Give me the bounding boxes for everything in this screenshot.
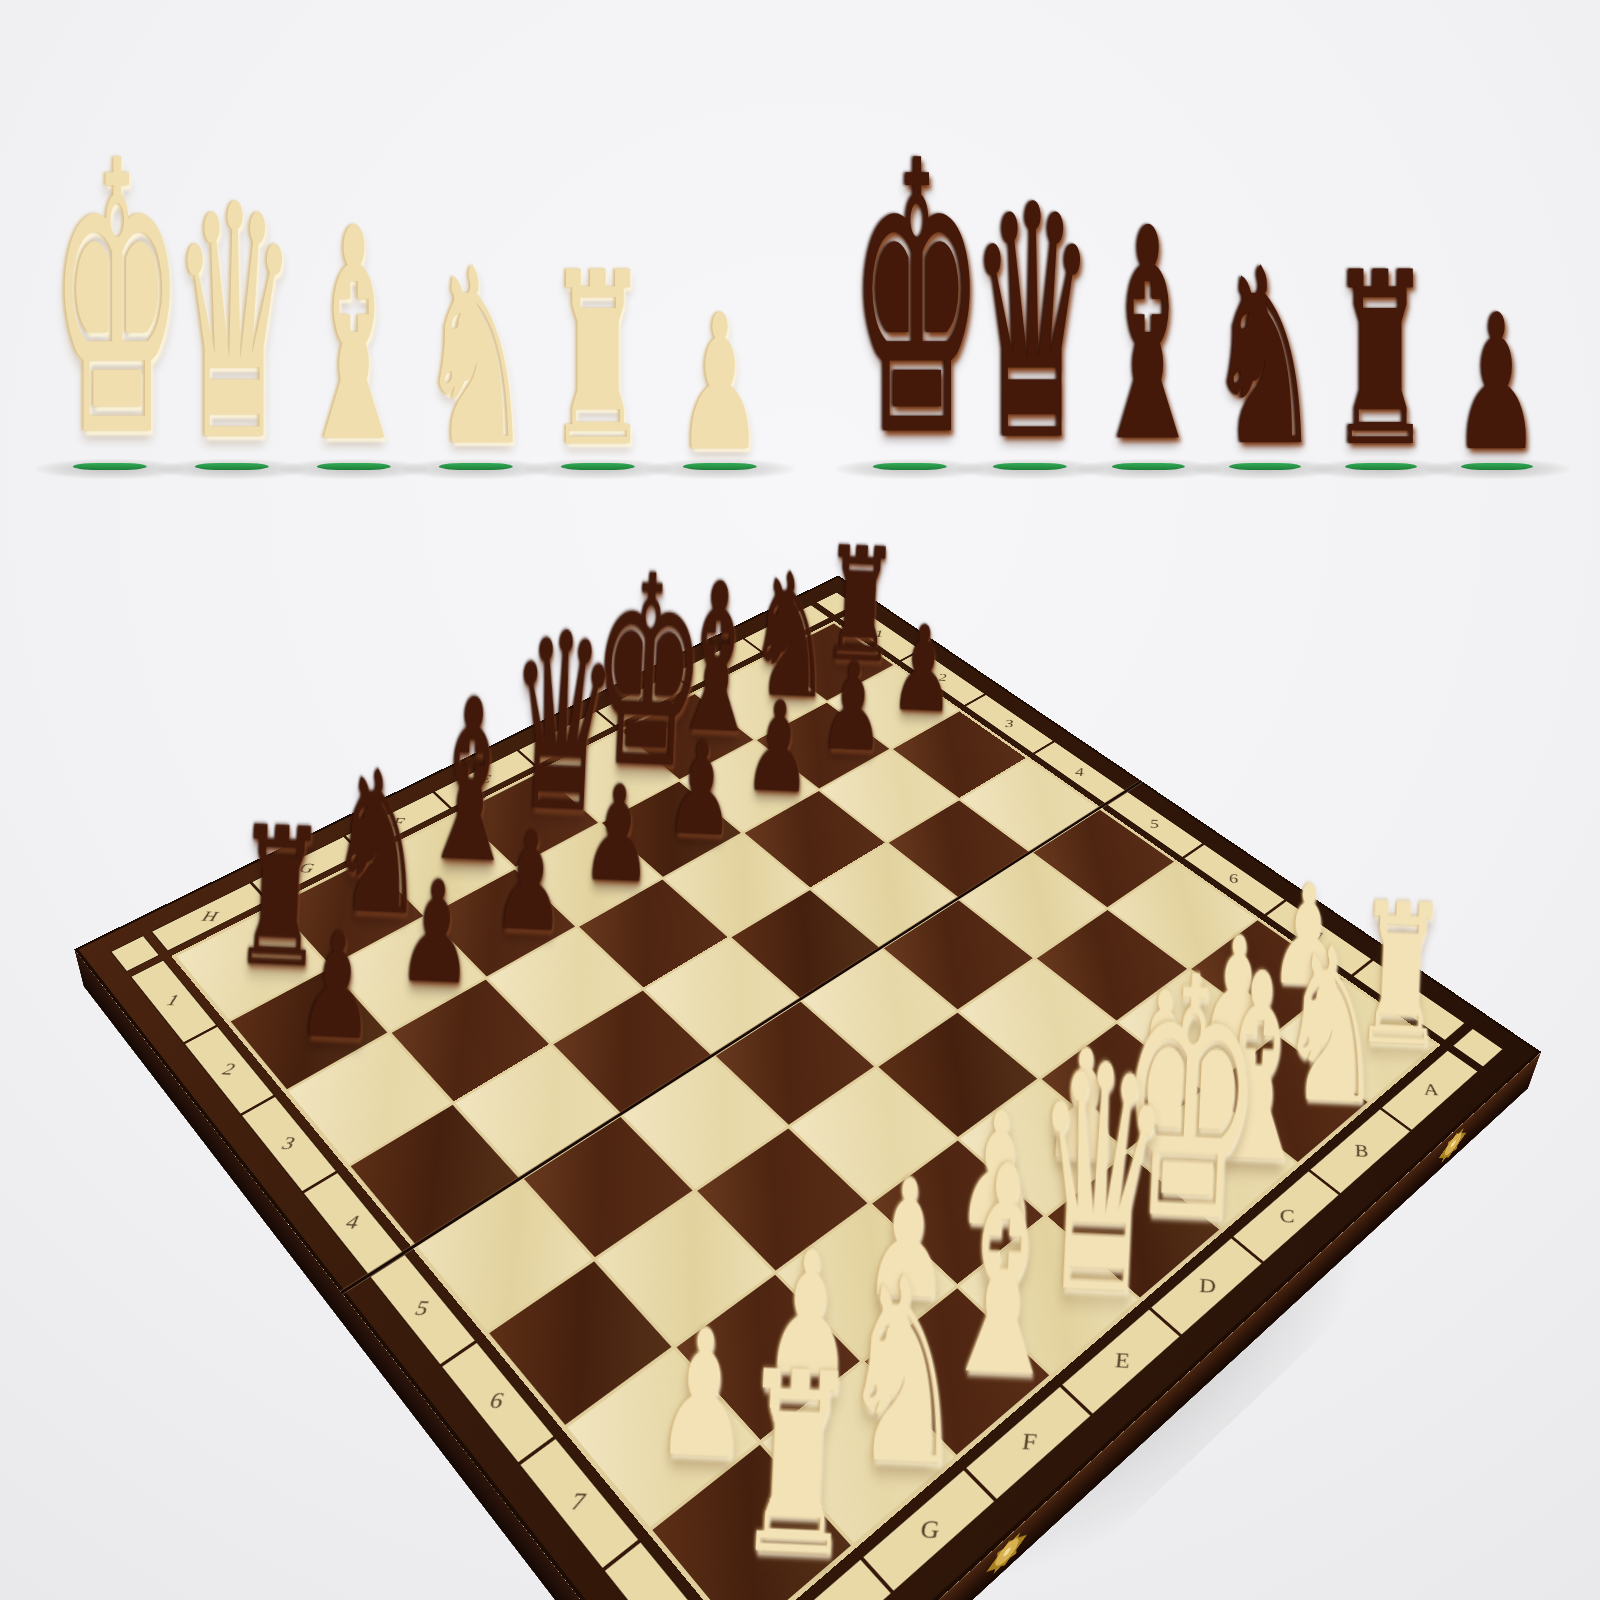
dark-pawn: ♟ — [278, 916, 397, 1059]
folding-chess-board: HGFEDCBA 12345678 12345678 HGFEDCBA ♜♞♝♛… — [74, 575, 1541, 1600]
square-E4 — [645, 939, 798, 1054]
product-photo: { "game": "chess", "scene": { "type": "p… — [0, 0, 1600, 1600]
coord-label-1: 1 — [131, 961, 215, 1042]
board-grid: ♜♞♝♛♚♝♞♜♟♟♟♟♟♟♟♟♟♟♟♟♟♟♟♟♜♞♝♛♚♝♞♜ — [171, 621, 1440, 1600]
dark-pawn: ♟ — [379, 864, 495, 1002]
stage: ♚♛♝♞♜♟ ♚♛♝♞♜♟ HGFEDCBA 12345678 12345678… — [0, 0, 1600, 1600]
square-D5 — [802, 949, 956, 1065]
board-scene: HGFEDCBA 12345678 12345678 HGFEDCBA ♜♞♝♛… — [0, 0, 1600, 1600]
white-rook: ♜ — [720, 1344, 874, 1588]
